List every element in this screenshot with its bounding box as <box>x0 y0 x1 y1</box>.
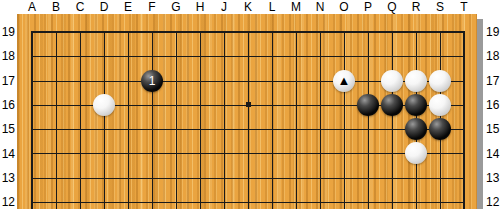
row-label: 14 <box>0 146 15 162</box>
intersection-P16 <box>356 93 380 117</box>
row-label: 18 <box>486 48 500 64</box>
intersection-Q17 <box>380 68 404 92</box>
black-stone[interactable] <box>405 94 427 116</box>
row-label: 16 <box>486 97 500 113</box>
intersection-S17 <box>428 68 452 92</box>
column-label: T <box>452 0 476 15</box>
column-label: C <box>68 0 92 15</box>
row-label: 17 <box>486 73 500 89</box>
column-label: B <box>44 0 68 15</box>
column-label: O <box>332 0 356 15</box>
row-label: 17 <box>0 73 15 89</box>
black-stone[interactable] <box>357 94 379 116</box>
white-stone[interactable] <box>405 70 427 92</box>
column-label: S <box>428 0 452 15</box>
column-label: P <box>356 0 380 15</box>
column-label: F <box>140 0 164 15</box>
intersection-R15 <box>404 117 428 141</box>
board-drop-shadow <box>477 19 483 209</box>
column-label: E <box>116 0 140 15</box>
intersection-O17: ▲ <box>332 68 356 92</box>
go-board[interactable]: 1▲ <box>17 14 477 209</box>
row-label: 16 <box>0 97 15 113</box>
row-label: 12 <box>486 194 500 209</box>
column-label: G <box>164 0 188 15</box>
white-stone[interactable] <box>429 94 451 116</box>
column-label: N <box>308 0 332 15</box>
row-label: 12 <box>0 194 15 209</box>
intersection-R17 <box>404 68 428 92</box>
stone-grid: 1▲ <box>20 20 476 209</box>
intersection-D16 <box>92 93 116 117</box>
black-stone[interactable]: 1 <box>141 70 163 92</box>
column-label: H <box>188 0 212 15</box>
white-stone[interactable] <box>429 70 451 92</box>
row-label: 15 <box>486 121 500 137</box>
column-label: K <box>236 0 260 15</box>
move-number-label: 1 <box>149 75 156 87</box>
intersection-R16 <box>404 93 428 117</box>
column-label: M <box>284 0 308 15</box>
triangle-mark-icon: ▲ <box>338 74 351 87</box>
white-stone[interactable] <box>93 94 115 116</box>
column-label: L <box>260 0 284 15</box>
row-label: 13 <box>0 170 15 186</box>
column-label: J <box>212 0 236 15</box>
white-stone[interactable]: ▲ <box>333 70 355 92</box>
intersection-Q16 <box>380 93 404 117</box>
intersection-F17: 1 <box>140 68 164 92</box>
row-label: 15 <box>0 121 15 137</box>
row-label: 18 <box>0 48 15 64</box>
go-board-view: ABCDEFGHJKLMNOPQRST 1918171615141312 191… <box>0 0 500 209</box>
star-point <box>236 93 260 117</box>
column-label: D <box>92 0 116 15</box>
row-label: 13 <box>486 170 500 186</box>
intersection-S16 <box>428 93 452 117</box>
white-stone[interactable] <box>381 70 403 92</box>
intersection-S15 <box>428 117 452 141</box>
black-stone[interactable] <box>429 118 451 140</box>
column-label: Q <box>380 0 404 15</box>
white-stone[interactable] <box>405 142 427 164</box>
black-stone[interactable] <box>381 94 403 116</box>
intersection-R14 <box>404 141 428 165</box>
column-label: A <box>20 0 44 15</box>
row-label: 19 <box>486 24 500 40</box>
column-label: R <box>404 0 428 15</box>
row-label: 14 <box>486 146 500 162</box>
black-stone[interactable] <box>405 118 427 140</box>
row-label: 19 <box>0 24 15 40</box>
